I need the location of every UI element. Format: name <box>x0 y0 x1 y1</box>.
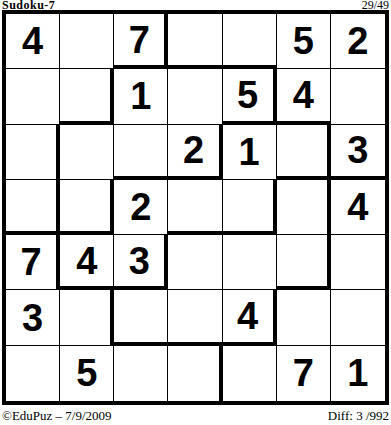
cell-r4c3-given: 2 <box>114 180 168 235</box>
cell-r7c6-given: 7 <box>277 346 331 401</box>
cell-r6c2[interactable] <box>60 290 114 345</box>
cell-r5c7[interactable] <box>331 235 385 290</box>
cell-r6c7[interactable] <box>331 290 385 345</box>
cell-r5c6[interactable] <box>277 235 331 290</box>
footer: ©EduPuz – 7/9/2009 Diff: 3 /992 <box>2 408 389 423</box>
cell-r2c7[interactable] <box>331 69 385 124</box>
cell-r4c5[interactable] <box>223 180 277 235</box>
cell-r1c3-given: 7 <box>114 14 168 69</box>
cell-r3c4-given: 2 <box>168 125 222 180</box>
cell-r1c5[interactable] <box>223 14 277 69</box>
cell-r5c4[interactable] <box>168 235 222 290</box>
cell-r3c1[interactable] <box>6 125 60 180</box>
cell-r2c6-given: 4 <box>277 69 331 124</box>
cell-r6c3[interactable] <box>114 290 168 345</box>
cell-r7c5[interactable] <box>223 346 277 401</box>
difficulty-text: Diff: 3 /992 <box>328 408 389 423</box>
cell-r7c7-given: 1 <box>331 346 385 401</box>
cell-r3c2[interactable] <box>60 125 114 180</box>
cell-r7c4[interactable] <box>168 346 222 401</box>
cell-r1c1-given: 4 <box>6 14 60 69</box>
cell-r4c7-given: 4 <box>331 180 385 235</box>
cell-r4c6[interactable] <box>277 180 331 235</box>
cell-r4c4[interactable] <box>168 180 222 235</box>
cell-r6c6[interactable] <box>277 290 331 345</box>
cell-r3c5-given: 1 <box>223 125 277 180</box>
cell-r6c4[interactable] <box>168 290 222 345</box>
cell-r7c2-given: 5 <box>60 346 114 401</box>
cell-r2c3-given: 1 <box>114 69 168 124</box>
cell-r2c5-given: 5 <box>223 69 277 124</box>
cell-r1c7-given: 2 <box>331 14 385 69</box>
cell-r6c1-given: 3 <box>6 290 60 345</box>
cell-r1c6-given: 5 <box>277 14 331 69</box>
cell-r2c1[interactable] <box>6 69 60 124</box>
cell-r5c5[interactable] <box>223 235 277 290</box>
cell-r6c5-given: 4 <box>223 290 277 345</box>
sudoku-7-page: Sudoku-7 29/49 47521542132474334571 ©Edu… <box>0 0 391 425</box>
cell-r5c2-given: 4 <box>60 235 114 290</box>
header: Sudoku-7 29/49 <box>2 0 389 10</box>
cell-r7c1[interactable] <box>6 346 60 401</box>
sudoku-board: 47521542132474334571 <box>2 10 389 405</box>
cell-r3c3[interactable] <box>114 125 168 180</box>
cell-r4c1[interactable] <box>6 180 60 235</box>
cell-r3c7-given: 3 <box>331 125 385 180</box>
cell-r2c4[interactable] <box>168 69 222 124</box>
cell-r1c4[interactable] <box>168 14 222 69</box>
copyright-text: ©EduPuz – 7/9/2009 <box>2 408 112 423</box>
cell-r2c2[interactable] <box>60 69 114 124</box>
cell-r7c3[interactable] <box>114 346 168 401</box>
cell-r5c1-given: 7 <box>6 235 60 290</box>
cell-r3c6[interactable] <box>277 125 331 180</box>
cell-r4c2[interactable] <box>60 180 114 235</box>
cell-r1c2[interactable] <box>60 14 114 69</box>
cell-r5c3-given: 3 <box>114 235 168 290</box>
